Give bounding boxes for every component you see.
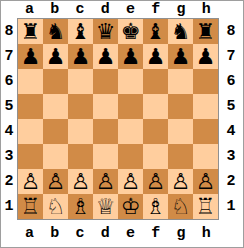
black-knight[interactable]: ♞ xyxy=(46,19,66,44)
square-g6[interactable] xyxy=(168,69,193,94)
rank-labels-left: 87654321 xyxy=(1,19,17,219)
square-h5[interactable] xyxy=(193,94,218,119)
square-h4[interactable] xyxy=(193,119,218,144)
square-g4[interactable] xyxy=(168,119,193,144)
square-d8[interactable]: ♛ xyxy=(93,19,118,44)
square-d1[interactable]: ♕ xyxy=(93,194,118,219)
square-b2[interactable]: ♙ xyxy=(43,169,68,194)
square-e7[interactable]: ♟ xyxy=(118,44,143,69)
file-label-g: g xyxy=(169,1,194,18)
file-label-a: a xyxy=(17,1,42,18)
square-f8[interactable]: ♝ xyxy=(143,19,168,44)
rank-label-1: 1 xyxy=(1,194,17,219)
square-e5[interactable] xyxy=(118,94,143,119)
file-labels-bottom: abcdefgh xyxy=(17,220,219,247)
square-f2[interactable]: ♙ xyxy=(143,169,168,194)
black-knight[interactable]: ♞ xyxy=(171,19,191,44)
file-label-c: c xyxy=(68,220,93,247)
file-label-b: b xyxy=(42,220,67,247)
square-e8[interactable]: ♚ xyxy=(118,19,143,44)
black-pawn[interactable]: ♟ xyxy=(121,44,141,69)
square-h7[interactable]: ♟ xyxy=(193,44,218,69)
chess-board: ♜♞♝♛♚♝♞♜♟♟♟♟♟♟♟♟♙♙♙♙♙♙♙♙♖♘♗♕♔♗♘♖ xyxy=(17,18,219,220)
square-g5[interactable] xyxy=(168,94,193,119)
square-g2[interactable]: ♙ xyxy=(168,169,193,194)
black-rook[interactable]: ♜ xyxy=(21,19,41,44)
rank-label-2: 2 xyxy=(1,169,17,194)
rank-label-3: 3 xyxy=(1,144,17,169)
file-label-e: e xyxy=(118,220,143,247)
rank-label-7: 7 xyxy=(219,44,243,69)
white-bishop[interactable]: ♗ xyxy=(146,194,166,219)
square-f6[interactable] xyxy=(143,69,168,94)
square-c3[interactable] xyxy=(68,144,93,169)
rank-label-8: 8 xyxy=(1,19,17,44)
square-f3[interactable] xyxy=(143,144,168,169)
square-d5[interactable] xyxy=(93,94,118,119)
file-label-d: d xyxy=(93,1,118,18)
white-rook[interactable]: ♖ xyxy=(21,194,41,219)
black-pawn[interactable]: ♟ xyxy=(71,44,91,69)
black-bishop[interactable]: ♝ xyxy=(146,19,166,44)
rank-label-3: 3 xyxy=(219,144,243,169)
black-pawn[interactable]: ♟ xyxy=(96,44,116,69)
white-rook[interactable]: ♖ xyxy=(196,194,216,219)
square-e3[interactable] xyxy=(118,144,143,169)
square-c7[interactable]: ♟ xyxy=(68,44,93,69)
square-b7[interactable]: ♟ xyxy=(43,44,68,69)
rank-label-4: 4 xyxy=(219,119,243,144)
rank-label-2: 2 xyxy=(219,169,243,194)
file-label-h: h xyxy=(194,220,219,247)
square-c1[interactable]: ♗ xyxy=(68,194,93,219)
square-a3[interactable] xyxy=(18,144,43,169)
square-a2[interactable]: ♙ xyxy=(18,169,43,194)
file-label-a: a xyxy=(17,220,42,247)
square-h6[interactable] xyxy=(193,69,218,94)
file-label-g: g xyxy=(169,220,194,247)
square-h2[interactable]: ♙ xyxy=(193,169,218,194)
square-d7[interactable]: ♟ xyxy=(93,44,118,69)
white-pawn[interactable]: ♙ xyxy=(121,169,141,194)
square-b6[interactable] xyxy=(43,69,68,94)
rank-label-7: 7 xyxy=(1,44,17,69)
rank-label-1: 1 xyxy=(219,194,243,219)
square-g8[interactable]: ♞ xyxy=(168,19,193,44)
square-f7[interactable]: ♟ xyxy=(143,44,168,69)
square-f5[interactable] xyxy=(143,94,168,119)
square-e2[interactable]: ♙ xyxy=(118,169,143,194)
file-labels-top: abcdefgh xyxy=(17,1,219,18)
black-pawn[interactable]: ♟ xyxy=(146,44,166,69)
square-c6[interactable] xyxy=(68,69,93,94)
square-e4[interactable] xyxy=(118,119,143,144)
black-pawn[interactable]: ♟ xyxy=(21,44,41,69)
square-c8[interactable]: ♝ xyxy=(68,19,93,44)
white-queen[interactable]: ♕ xyxy=(96,194,116,219)
square-c5[interactable] xyxy=(68,94,93,119)
square-f4[interactable] xyxy=(143,119,168,144)
square-h3[interactable] xyxy=(193,144,218,169)
file-label-c: c xyxy=(68,1,93,18)
square-a5[interactable] xyxy=(18,94,43,119)
white-king[interactable]: ♔ xyxy=(121,194,141,219)
square-b5[interactable] xyxy=(43,94,68,119)
white-pawn[interactable]: ♙ xyxy=(196,169,216,194)
square-b8[interactable]: ♞ xyxy=(43,19,68,44)
file-label-f: f xyxy=(143,220,168,247)
square-h1[interactable]: ♖ xyxy=(193,194,218,219)
white-bishop[interactable]: ♗ xyxy=(71,194,91,219)
square-a7[interactable]: ♟ xyxy=(18,44,43,69)
chess-diagram: abcdefgh 87654321 ♜♞♝♛♚♝♞♜♟♟♟♟♟♟♟♟♙♙♙♙♙♙… xyxy=(0,0,244,248)
black-pawn[interactable]: ♟ xyxy=(171,44,191,69)
white-knight[interactable]: ♘ xyxy=(171,194,191,219)
rank-label-4: 4 xyxy=(1,119,17,144)
square-h8[interactable]: ♜ xyxy=(193,19,218,44)
square-a4[interactable] xyxy=(18,119,43,144)
black-rook[interactable]: ♜ xyxy=(196,19,216,44)
square-c2[interactable]: ♙ xyxy=(68,169,93,194)
square-d6[interactable] xyxy=(93,69,118,94)
square-e1[interactable]: ♔ xyxy=(118,194,143,219)
square-a1[interactable]: ♖ xyxy=(18,194,43,219)
square-a6[interactable] xyxy=(18,69,43,94)
square-d4[interactable] xyxy=(93,119,118,144)
square-d2[interactable]: ♙ xyxy=(93,169,118,194)
white-pawn[interactable]: ♙ xyxy=(46,169,66,194)
rank-labels-right: 87654321 xyxy=(219,19,243,219)
square-b1[interactable]: ♘ xyxy=(43,194,68,219)
black-pawn[interactable]: ♟ xyxy=(46,44,66,69)
white-pawn[interactable]: ♙ xyxy=(171,169,191,194)
rank-label-8: 8 xyxy=(219,19,243,44)
white-knight[interactable]: ♘ xyxy=(46,194,66,219)
file-label-e: e xyxy=(118,1,143,18)
black-king[interactable]: ♚ xyxy=(121,19,141,44)
square-b3[interactable] xyxy=(43,144,68,169)
rank-label-6: 6 xyxy=(1,69,17,94)
square-g1[interactable]: ♘ xyxy=(168,194,193,219)
square-b4[interactable] xyxy=(43,119,68,144)
square-a8[interactable]: ♜ xyxy=(18,19,43,44)
file-label-b: b xyxy=(42,1,67,18)
square-g3[interactable] xyxy=(168,144,193,169)
rank-label-5: 5 xyxy=(219,94,243,119)
square-c4[interactable] xyxy=(68,119,93,144)
black-bishop[interactable]: ♝ xyxy=(71,19,91,44)
white-pawn[interactable]: ♙ xyxy=(146,169,166,194)
white-pawn[interactable]: ♙ xyxy=(96,169,116,194)
file-label-d: d xyxy=(93,220,118,247)
file-label-h: h xyxy=(194,1,219,18)
black-pawn[interactable]: ♟ xyxy=(196,44,216,69)
square-e6[interactable] xyxy=(118,69,143,94)
square-d3[interactable] xyxy=(93,144,118,169)
rank-label-6: 6 xyxy=(219,69,243,94)
white-pawn[interactable]: ♙ xyxy=(21,169,41,194)
square-g7[interactable]: ♟ xyxy=(168,44,193,69)
file-label-f: f xyxy=(143,1,168,18)
white-pawn[interactable]: ♙ xyxy=(71,169,91,194)
square-f1[interactable]: ♗ xyxy=(143,194,168,219)
black-queen[interactable]: ♛ xyxy=(96,19,116,44)
rank-label-5: 5 xyxy=(1,94,17,119)
